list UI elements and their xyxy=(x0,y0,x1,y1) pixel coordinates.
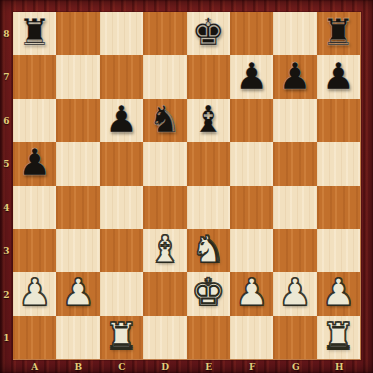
square-d5[interactable] xyxy=(143,142,186,185)
square-h7[interactable]: ♟ xyxy=(317,55,360,98)
square-f8[interactable] xyxy=(230,12,273,55)
square-h5[interactable] xyxy=(317,142,360,185)
square-e8[interactable]: ♚ xyxy=(187,12,230,55)
square-g6[interactable] xyxy=(273,99,316,142)
square-c3[interactable] xyxy=(100,229,143,272)
square-c6[interactable]: ♟ xyxy=(100,99,143,142)
square-h8[interactable]: ♜ xyxy=(317,12,360,55)
black-knight[interactable]: ♞ xyxy=(148,101,181,138)
square-c4[interactable] xyxy=(100,186,143,229)
square-h4[interactable] xyxy=(317,186,360,229)
black-rook[interactable]: ♜ xyxy=(18,14,51,51)
square-g2[interactable]: ♟ xyxy=(273,272,316,315)
square-e2[interactable]: ♚ xyxy=(187,272,230,315)
square-e7[interactable] xyxy=(187,55,230,98)
rank-label-1: 1 xyxy=(0,317,13,361)
square-d8[interactable] xyxy=(143,12,186,55)
square-b2[interactable]: ♟ xyxy=(56,272,99,315)
rank-labels: 87654321 xyxy=(0,12,13,360)
black-pawn[interactable]: ♟ xyxy=(278,58,311,95)
square-c5[interactable] xyxy=(100,142,143,185)
rank-label-4: 4 xyxy=(0,186,13,230)
white-knight[interactable]: ♞ xyxy=(192,231,225,268)
square-d3[interactable]: ♝ xyxy=(143,229,186,272)
square-e5[interactable] xyxy=(187,142,230,185)
file-labels: ABCDEFGH xyxy=(13,360,361,373)
square-f1[interactable] xyxy=(230,316,273,359)
square-h2[interactable]: ♟ xyxy=(317,272,360,315)
black-pawn[interactable]: ♟ xyxy=(105,101,138,138)
square-g7[interactable]: ♟ xyxy=(273,55,316,98)
black-king[interactable]: ♚ xyxy=(192,14,225,51)
square-c2[interactable] xyxy=(100,272,143,315)
black-rook[interactable]: ♜ xyxy=(322,14,355,51)
square-c7[interactable] xyxy=(100,55,143,98)
black-pawn[interactable]: ♟ xyxy=(18,144,51,181)
square-e6[interactable]: ♝ xyxy=(187,99,230,142)
white-bishop[interactable]: ♝ xyxy=(148,231,181,268)
square-g4[interactable] xyxy=(273,186,316,229)
square-b1[interactable] xyxy=(56,316,99,359)
white-pawn[interactable]: ♟ xyxy=(278,274,311,311)
chessboard: ♜♚♜♟♟♟♟♞♝♟♝♞♟♟♚♟♟♟♜♜ xyxy=(13,12,361,360)
white-king[interactable]: ♚ xyxy=(192,274,225,311)
square-f4[interactable] xyxy=(230,186,273,229)
square-a8[interactable]: ♜ xyxy=(13,12,56,55)
rank-label-6: 6 xyxy=(0,99,13,143)
square-a5[interactable]: ♟ xyxy=(13,142,56,185)
rank-label-2: 2 xyxy=(0,273,13,317)
square-a2[interactable]: ♟ xyxy=(13,272,56,315)
square-a3[interactable] xyxy=(13,229,56,272)
black-pawn[interactable]: ♟ xyxy=(322,58,355,95)
square-g8[interactable] xyxy=(273,12,316,55)
file-label-f: F xyxy=(231,360,275,373)
square-d1[interactable] xyxy=(143,316,186,359)
square-f2[interactable]: ♟ xyxy=(230,272,273,315)
square-a6[interactable] xyxy=(13,99,56,142)
square-h3[interactable] xyxy=(317,229,360,272)
square-e1[interactable] xyxy=(187,316,230,359)
square-d6[interactable]: ♞ xyxy=(143,99,186,142)
square-a7[interactable] xyxy=(13,55,56,98)
white-pawn[interactable]: ♟ xyxy=(322,274,355,311)
square-e4[interactable] xyxy=(187,186,230,229)
square-d4[interactable] xyxy=(143,186,186,229)
square-b8[interactable] xyxy=(56,12,99,55)
rank-label-8: 8 xyxy=(0,12,13,56)
square-h1[interactable]: ♜ xyxy=(317,316,360,359)
square-f5[interactable] xyxy=(230,142,273,185)
square-f3[interactable] xyxy=(230,229,273,272)
white-pawn[interactable]: ♟ xyxy=(18,274,51,311)
square-g1[interactable] xyxy=(273,316,316,359)
white-rook[interactable]: ♜ xyxy=(322,318,355,355)
file-label-b: B xyxy=(57,360,101,373)
square-b5[interactable] xyxy=(56,142,99,185)
file-label-g: G xyxy=(274,360,318,373)
square-d2[interactable] xyxy=(143,272,186,315)
square-h6[interactable] xyxy=(317,99,360,142)
black-bishop[interactable]: ♝ xyxy=(192,101,225,138)
file-label-a: A xyxy=(13,360,57,373)
file-label-c: C xyxy=(100,360,144,373)
square-f7[interactable]: ♟ xyxy=(230,55,273,98)
file-label-e: E xyxy=(187,360,231,373)
square-c8[interactable] xyxy=(100,12,143,55)
square-g3[interactable] xyxy=(273,229,316,272)
black-pawn[interactable]: ♟ xyxy=(235,58,268,95)
file-label-h: H xyxy=(318,360,362,373)
square-b6[interactable] xyxy=(56,99,99,142)
square-b3[interactable] xyxy=(56,229,99,272)
square-a1[interactable] xyxy=(13,316,56,359)
rank-label-3: 3 xyxy=(0,230,13,274)
rank-label-5: 5 xyxy=(0,143,13,187)
white-rook[interactable]: ♜ xyxy=(105,318,138,355)
rank-label-7: 7 xyxy=(0,56,13,100)
file-label-d: D xyxy=(144,360,188,373)
square-b4[interactable] xyxy=(56,186,99,229)
square-a4[interactable] xyxy=(13,186,56,229)
chessboard-frame: ♜♚♜♟♟♟♟♞♝♟♝♞♟♟♚♟♟♟♜♜ 87654321 ABCDEFGH xyxy=(0,0,373,373)
square-e3[interactable]: ♞ xyxy=(187,229,230,272)
white-pawn[interactable]: ♟ xyxy=(61,274,94,311)
square-b7[interactable] xyxy=(56,55,99,98)
white-pawn[interactable]: ♟ xyxy=(235,274,268,311)
square-g5[interactable] xyxy=(273,142,316,185)
square-d7[interactable] xyxy=(143,55,186,98)
square-c1[interactable]: ♜ xyxy=(100,316,143,359)
square-f6[interactable] xyxy=(230,99,273,142)
